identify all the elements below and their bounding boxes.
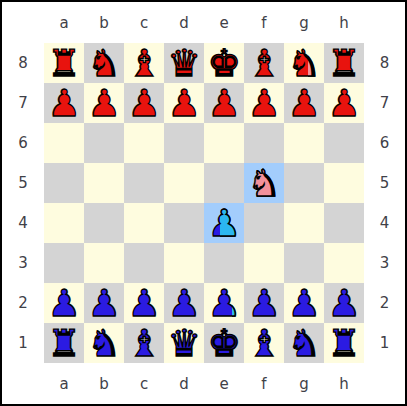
square-c3[interactable] xyxy=(124,243,164,283)
piece-red-king-e8[interactable]: ♚ xyxy=(204,43,244,83)
piece-red-pawn-f7[interactable]: ♟ xyxy=(244,83,284,123)
piece-glyph: ♞ xyxy=(84,323,124,363)
square-b8[interactable]: ♞ xyxy=(84,43,124,83)
square-e1[interactable]: ♚ xyxy=(204,323,244,363)
square-a7[interactable]: ♟ xyxy=(44,83,84,123)
square-h3[interactable] xyxy=(324,243,364,283)
rank-label-2: 2 xyxy=(2,283,44,323)
square-b5[interactable] xyxy=(84,163,124,203)
square-a3[interactable] xyxy=(44,243,84,283)
square-d4[interactable] xyxy=(164,203,204,243)
rank-label-8: 8 xyxy=(364,43,405,83)
square-g5[interactable] xyxy=(284,163,324,203)
square-g6[interactable] xyxy=(284,123,324,163)
piece-red-rook-h8[interactable]: ♜ xyxy=(324,43,364,83)
square-a4[interactable] xyxy=(44,203,84,243)
square-b7[interactable]: ♟ xyxy=(84,83,124,123)
piece-blue-pawn-a2[interactable]: ♟ xyxy=(44,283,84,323)
square-h7[interactable]: ♟ xyxy=(324,83,364,123)
piece-blue-pawn-f2[interactable]: ♟ xyxy=(244,283,284,323)
piece-glyph: ♟ xyxy=(324,283,364,323)
piece-glyph: ♛ xyxy=(164,43,204,83)
square-g3[interactable] xyxy=(284,243,324,283)
square-c8[interactable]: ♝ xyxy=(124,43,164,83)
piece-blue-rook-h1[interactable]: ♜ xyxy=(324,323,364,363)
square-b3[interactable] xyxy=(84,243,124,283)
square-h1[interactable]: ♜ xyxy=(324,323,364,363)
piece-glyph: ♝ xyxy=(244,323,284,363)
piece-red-knight-f5[interactable]: ♞♞ xyxy=(244,163,284,203)
square-c6[interactable] xyxy=(124,123,164,163)
piece-glyph: ♟ xyxy=(284,283,324,323)
piece-glyph: ♟ xyxy=(324,83,364,123)
piece-glyph: ♝ xyxy=(124,323,164,363)
square-d3[interactable] xyxy=(164,243,204,283)
piece-red-knight-g8[interactable]: ♞♞ xyxy=(284,43,324,83)
square-f3[interactable] xyxy=(244,243,284,283)
square-g1[interactable]: ♞ xyxy=(284,323,324,363)
square-e2[interactable]: ♟♟ xyxy=(204,283,244,323)
piece-glyph: ♟ xyxy=(124,83,164,123)
piece-glyph: ♟ xyxy=(164,283,204,323)
piece-blue-pawn-e4[interactable]: ♟♟ xyxy=(204,203,244,243)
piece-red-pawn-h7[interactable]: ♟ xyxy=(324,83,364,123)
piece-red-queen-d8[interactable]: ♛ xyxy=(164,43,204,83)
square-c2[interactable]: ♟ xyxy=(124,283,164,323)
chess-diagram: abcdefgh 87654321 ♜♞♝♛♚♝♞♞♜♟♟♟♟♟♟♟♟♞♞♟♟♟… xyxy=(0,0,407,406)
square-d1[interactable]: ♛ xyxy=(164,323,204,363)
file-label-c: c xyxy=(124,2,164,43)
file-labels-top: abcdefgh xyxy=(44,2,364,43)
square-g8[interactable]: ♞♞ xyxy=(284,43,324,83)
file-label-d: d xyxy=(164,2,204,43)
file-label-c: c xyxy=(124,363,164,404)
piece-glyph: ♚ xyxy=(204,43,244,83)
square-h8[interactable]: ♜ xyxy=(324,43,364,83)
piece-glyph: ♟ xyxy=(284,83,324,123)
piece-glyph: ♟ xyxy=(44,83,84,123)
square-e3[interactable] xyxy=(204,243,244,283)
square-d2[interactable]: ♟ xyxy=(164,283,204,323)
rank-label-3: 3 xyxy=(2,243,44,283)
piece-blue-bishop-f1[interactable]: ♝ xyxy=(244,323,284,363)
square-h2[interactable]: ♟ xyxy=(324,283,364,323)
square-f2[interactable]: ♟ xyxy=(244,283,284,323)
square-f8[interactable]: ♝ xyxy=(244,43,284,83)
file-label-f: f xyxy=(244,2,284,43)
rank-labels-left: 87654321 xyxy=(2,43,44,363)
square-e7[interactable]: ♟ xyxy=(204,83,244,123)
piece-glyph: ♟ xyxy=(244,83,284,123)
square-e6[interactable] xyxy=(204,123,244,163)
piece-glyph: ♚ xyxy=(204,323,244,363)
square-c5[interactable] xyxy=(124,163,164,203)
file-label-g: g xyxy=(284,2,324,43)
square-e5[interactable] xyxy=(204,163,244,203)
piece-red-pawn-a7[interactable]: ♟ xyxy=(44,83,84,123)
rank-label-5: 5 xyxy=(364,163,405,203)
piece-red-pawn-b7[interactable]: ♟ xyxy=(84,83,124,123)
piece-glyph: ♟ xyxy=(164,83,204,123)
piece-glyph: ♜ xyxy=(324,323,364,363)
rank-label-6: 6 xyxy=(364,123,405,163)
rank-label-1: 1 xyxy=(2,323,44,363)
piece-blue-pawn-b2[interactable]: ♟ xyxy=(84,283,124,323)
square-c7[interactable]: ♟ xyxy=(124,83,164,123)
square-d8[interactable]: ♛ xyxy=(164,43,204,83)
square-f7[interactable]: ♟ xyxy=(244,83,284,123)
piece-glyph: ♞ xyxy=(284,323,324,363)
board-grid: ♜♞♝♛♚♝♞♞♜♟♟♟♟♟♟♟♟♞♞♟♟♟♟♟♟♟♟♟♟♟♜♞♝♛♚♝♞♜ xyxy=(44,43,364,363)
square-g2[interactable]: ♟ xyxy=(284,283,324,323)
square-g7[interactable]: ♟ xyxy=(284,83,324,123)
piece-red-bishop-f8[interactable]: ♝ xyxy=(244,43,284,83)
square-a2[interactable]: ♟ xyxy=(44,283,84,323)
file-labels-bottom: abcdefgh xyxy=(44,363,364,404)
rank-label-4: 4 xyxy=(2,203,44,243)
rank-label-4: 4 xyxy=(364,203,405,243)
piece-glyph: ♟ xyxy=(84,83,124,123)
square-a8[interactable]: ♜ xyxy=(44,43,84,83)
square-h6[interactable] xyxy=(324,123,364,163)
piece-glyph: ♞ xyxy=(84,43,124,83)
file-label-b: b xyxy=(84,363,124,404)
piece-blue-bishop-c1[interactable]: ♝ xyxy=(124,323,164,363)
file-label-e: e xyxy=(204,2,244,43)
piece-blue-pawn-d2[interactable]: ♟ xyxy=(164,283,204,323)
square-b1[interactable]: ♞ xyxy=(84,323,124,363)
piece-red-pawn-c7[interactable]: ♟ xyxy=(124,83,164,123)
piece-blue-pawn-g2[interactable]: ♟ xyxy=(284,283,324,323)
piece-glyph: ♛ xyxy=(164,323,204,363)
piece-glyph: ♟ xyxy=(244,283,284,323)
piece-blue-king-e1[interactable]: ♚ xyxy=(204,323,244,363)
piece-blue-pawn-h2[interactable]: ♟ xyxy=(324,283,364,323)
piece-red-rook-a8[interactable]: ♜ xyxy=(44,43,84,83)
square-c1[interactable]: ♝ xyxy=(124,323,164,363)
square-d5[interactable] xyxy=(164,163,204,203)
rank-label-7: 7 xyxy=(2,83,44,123)
rank-label-2: 2 xyxy=(364,283,405,323)
rank-label-1: 1 xyxy=(364,323,405,363)
square-f4[interactable] xyxy=(244,203,284,243)
file-label-h: h xyxy=(324,363,364,404)
square-e8[interactable]: ♚ xyxy=(204,43,244,83)
file-label-h: h xyxy=(324,2,364,43)
file-label-d: d xyxy=(164,363,204,404)
rank-label-5: 5 xyxy=(2,163,44,203)
square-h4[interactable] xyxy=(324,203,364,243)
piece-red-pawn-d7[interactable]: ♟ xyxy=(164,83,204,123)
square-f1[interactable]: ♝ xyxy=(244,323,284,363)
piece-red-bishop-c8[interactable]: ♝ xyxy=(124,43,164,83)
piece-blue-knight-b1[interactable]: ♞ xyxy=(84,323,124,363)
file-label-e: e xyxy=(204,363,244,404)
square-b4[interactable] xyxy=(84,203,124,243)
piece-glyph: ♜ xyxy=(324,43,364,83)
piece-glyph: ♜ xyxy=(44,43,84,83)
rank-label-8: 8 xyxy=(2,43,44,83)
file-label-a: a xyxy=(44,2,84,43)
square-h5[interactable] xyxy=(324,163,364,203)
piece-blue-pawn-c2[interactable]: ♟ xyxy=(124,283,164,323)
piece-blue-pawn-e2[interactable]: ♟♟ xyxy=(204,283,244,323)
square-b6[interactable] xyxy=(84,123,124,163)
piece-glyph: ♝ xyxy=(124,43,164,83)
piece-glyph: ♟ xyxy=(124,283,164,323)
piece-glyph: ♝ xyxy=(244,43,284,83)
file-label-f: f xyxy=(244,363,284,404)
square-f5[interactable]: ♞♞ xyxy=(244,163,284,203)
rank-label-6: 6 xyxy=(2,123,44,163)
file-label-a: a xyxy=(44,363,84,404)
piece-blue-rook-a1[interactable]: ♜ xyxy=(44,323,84,363)
piece-blue-knight-g1[interactable]: ♞ xyxy=(284,323,324,363)
piece-glyph: ♟ xyxy=(84,283,124,323)
square-d7[interactable]: ♟ xyxy=(164,83,204,123)
file-label-b: b xyxy=(84,2,124,43)
rank-labels-right: 87654321 xyxy=(364,43,405,363)
square-f6[interactable] xyxy=(244,123,284,163)
piece-glyph: ♟ xyxy=(44,283,84,323)
square-g4[interactable] xyxy=(284,203,324,243)
square-a1[interactable]: ♜ xyxy=(44,323,84,363)
rank-label-3: 3 xyxy=(364,243,405,283)
square-d6[interactable] xyxy=(164,123,204,163)
piece-blue-queen-d1[interactable]: ♛ xyxy=(164,323,204,363)
piece-red-pawn-e7[interactable]: ♟ xyxy=(204,83,244,123)
piece-glyph: ♜ xyxy=(44,323,84,363)
piece-red-pawn-g7[interactable]: ♟ xyxy=(284,83,324,123)
square-c4[interactable] xyxy=(124,203,164,243)
rank-label-7: 7 xyxy=(364,83,405,123)
file-label-g: g xyxy=(284,363,324,404)
piece-red-knight-b8[interactable]: ♞ xyxy=(84,43,124,83)
square-a6[interactable] xyxy=(44,123,84,163)
square-e4[interactable]: ♟♟ xyxy=(204,203,244,243)
piece-glyph: ♟ xyxy=(204,83,244,123)
square-b2[interactable]: ♟ xyxy=(84,283,124,323)
square-a5[interactable] xyxy=(44,163,84,203)
